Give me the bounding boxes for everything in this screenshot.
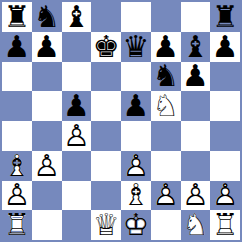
- white-pawn-piece[interactable]: ♟♙: [32, 151, 62, 181]
- square-e8[interactable]: [121, 2, 151, 32]
- square-h1[interactable]: ♜♖: [210, 210, 240, 240]
- square-g4[interactable]: [181, 121, 211, 151]
- square-b4[interactable]: [32, 121, 62, 151]
- square-h7[interactable]: ♟: [210, 32, 240, 62]
- square-c6[interactable]: [62, 62, 92, 92]
- piece-outline-layer: ♔: [121, 210, 151, 240]
- white-pawn-piece[interactable]: ♟♙: [2, 181, 32, 211]
- piece-fill-layer: ♞: [32, 2, 62, 32]
- piece-outline-layer: ♙: [62, 121, 92, 151]
- chess-board: ♜♞♝♜♟♟♚♛♟♝♟♞♟♟♟♞♘♟♙♝♗♟♙♟♙♟♙♝♗♟♙♟♙♟♙♜♖♛♕♚…: [0, 0, 242, 242]
- white-rook-piece[interactable]: ♜♖: [2, 210, 32, 240]
- black-knight-piece[interactable]: ♞: [32, 2, 62, 32]
- piece-outline-layer: ♙: [181, 181, 211, 211]
- square-f2[interactable]: ♟♙: [151, 181, 181, 211]
- square-d3[interactable]: [91, 151, 121, 181]
- square-b8[interactable]: ♞: [32, 2, 62, 32]
- piece-fill-layer: ♟: [151, 32, 181, 62]
- white-pawn-piece[interactable]: ♟♙: [151, 181, 181, 211]
- square-g6[interactable]: ♟: [181, 62, 211, 92]
- square-a2[interactable]: ♟♙: [2, 181, 32, 211]
- square-d7[interactable]: ♚: [91, 32, 121, 62]
- square-e1[interactable]: ♚♔: [121, 210, 151, 240]
- square-h6[interactable]: [210, 62, 240, 92]
- square-c1[interactable]: [62, 210, 92, 240]
- piece-fill-layer: ♟: [181, 62, 211, 92]
- piece-fill-layer: ♝: [181, 32, 211, 62]
- square-c2[interactable]: [62, 181, 92, 211]
- white-pawn-piece[interactable]: ♟♙: [210, 181, 240, 211]
- black-bishop-piece[interactable]: ♝: [62, 2, 92, 32]
- square-e4[interactable]: [121, 121, 151, 151]
- square-h5[interactable]: [210, 91, 240, 121]
- square-g1[interactable]: ♞♘: [181, 210, 211, 240]
- black-pawn-piece[interactable]: ♟: [181, 62, 211, 92]
- piece-outline-layer: ♘: [151, 91, 181, 121]
- square-e6[interactable]: [121, 62, 151, 92]
- piece-fill-layer: ♞: [151, 62, 181, 92]
- black-pawn-piece[interactable]: ♟: [2, 32, 32, 62]
- white-knight-piece[interactable]: ♞♘: [181, 210, 211, 240]
- square-f6[interactable]: ♞: [151, 62, 181, 92]
- square-h2[interactable]: ♟♙: [210, 181, 240, 211]
- square-a3[interactable]: ♝♗: [2, 151, 32, 181]
- piece-outline-layer: ♙: [32, 151, 62, 181]
- square-d2[interactable]: [91, 181, 121, 211]
- square-a1[interactable]: ♜♖: [2, 210, 32, 240]
- square-d4[interactable]: [91, 121, 121, 151]
- square-f3[interactable]: [151, 151, 181, 181]
- square-g3[interactable]: [181, 151, 211, 181]
- piece-fill-layer: ♜: [210, 2, 240, 32]
- white-pawn-piece[interactable]: ♟♙: [181, 181, 211, 211]
- square-a8[interactable]: ♜: [2, 2, 32, 32]
- piece-outline-layer: ♗: [2, 151, 32, 181]
- square-a7[interactable]: ♟: [2, 32, 32, 62]
- square-d5[interactable]: [91, 91, 121, 121]
- black-rook-piece[interactable]: ♜: [210, 2, 240, 32]
- black-bishop-piece[interactable]: ♝: [181, 32, 211, 62]
- square-b7[interactable]: ♟: [32, 32, 62, 62]
- square-e7[interactable]: ♛: [121, 32, 151, 62]
- square-b3[interactable]: ♟♙: [32, 151, 62, 181]
- white-pawn-piece[interactable]: ♟♙: [121, 151, 151, 181]
- square-f7[interactable]: ♟: [151, 32, 181, 62]
- square-d8[interactable]: [91, 2, 121, 32]
- black-pawn-piece[interactable]: ♟: [151, 32, 181, 62]
- black-king-piece[interactable]: ♚: [91, 32, 121, 62]
- piece-outline-layer: ♕: [91, 210, 121, 240]
- piece-fill-layer: ♟: [62, 91, 92, 121]
- white-rook-piece[interactable]: ♜♖: [210, 210, 240, 240]
- piece-outline-layer: ♘: [181, 210, 211, 240]
- square-b6[interactable]: [32, 62, 62, 92]
- piece-outline-layer: ♖: [2, 210, 32, 240]
- square-e3[interactable]: ♟♙: [121, 151, 151, 181]
- square-c7[interactable]: [62, 32, 92, 62]
- piece-fill-layer: ♟: [210, 32, 240, 62]
- black-queen-piece[interactable]: ♛: [121, 32, 151, 62]
- piece-fill-layer: ♛: [121, 32, 151, 62]
- white-knight-piece[interactable]: ♞♘: [151, 91, 181, 121]
- square-c3[interactable]: [62, 151, 92, 181]
- piece-outline-layer: ♙: [151, 181, 181, 211]
- white-queen-piece[interactable]: ♛♕: [91, 210, 121, 240]
- square-h8[interactable]: ♜: [210, 2, 240, 32]
- black-pawn-piece[interactable]: ♟: [121, 91, 151, 121]
- square-g5[interactable]: [181, 91, 211, 121]
- white-king-piece[interactable]: ♚♔: [121, 210, 151, 240]
- square-g7[interactable]: ♝: [181, 32, 211, 62]
- piece-outline-layer: ♖: [210, 210, 240, 240]
- piece-fill-layer: ♟: [121, 91, 151, 121]
- square-a4[interactable]: [2, 121, 32, 151]
- piece-fill-layer: ♚: [91, 32, 121, 62]
- black-pawn-piece[interactable]: ♟: [210, 32, 240, 62]
- white-bishop-piece[interactable]: ♝♗: [121, 181, 151, 211]
- piece-outline-layer: ♙: [121, 151, 151, 181]
- square-e2[interactable]: ♝♗: [121, 181, 151, 211]
- piece-outline-layer: ♙: [210, 181, 240, 211]
- black-pawn-piece[interactable]: ♟: [62, 91, 92, 121]
- square-b1[interactable]: [32, 210, 62, 240]
- white-bishop-piece[interactable]: ♝♗: [2, 151, 32, 181]
- square-c4[interactable]: ♟♙: [62, 121, 92, 151]
- square-d1[interactable]: ♛♕: [91, 210, 121, 240]
- square-b2[interactable]: [32, 181, 62, 211]
- square-a5[interactable]: [2, 91, 32, 121]
- piece-fill-layer: ♟: [32, 32, 62, 62]
- piece-fill-layer: ♟: [2, 32, 32, 62]
- piece-outline-layer: ♗: [121, 181, 151, 211]
- black-rook-piece[interactable]: ♜: [2, 2, 32, 32]
- square-c8[interactable]: ♝: [62, 2, 92, 32]
- piece-fill-layer: ♜: [2, 2, 32, 32]
- square-d6[interactable]: [91, 62, 121, 92]
- square-h4[interactable]: [210, 121, 240, 151]
- square-f1[interactable]: [151, 210, 181, 240]
- square-h3[interactable]: [210, 151, 240, 181]
- white-pawn-piece[interactable]: ♟♙: [62, 121, 92, 151]
- black-knight-piece[interactable]: ♞: [151, 62, 181, 92]
- square-a6[interactable]: [2, 62, 32, 92]
- square-c5[interactable]: ♟: [62, 91, 92, 121]
- square-f8[interactable]: [151, 2, 181, 32]
- piece-outline-layer: ♙: [2, 181, 32, 211]
- square-f4[interactable]: [151, 121, 181, 151]
- black-pawn-piece[interactable]: ♟: [32, 32, 62, 62]
- square-e5[interactable]: ♟: [121, 91, 151, 121]
- square-g8[interactable]: [181, 2, 211, 32]
- square-b5[interactable]: [32, 91, 62, 121]
- square-g2[interactable]: ♟♙: [181, 181, 211, 211]
- piece-fill-layer: ♝: [62, 2, 92, 32]
- square-f5[interactable]: ♞♘: [151, 91, 181, 121]
